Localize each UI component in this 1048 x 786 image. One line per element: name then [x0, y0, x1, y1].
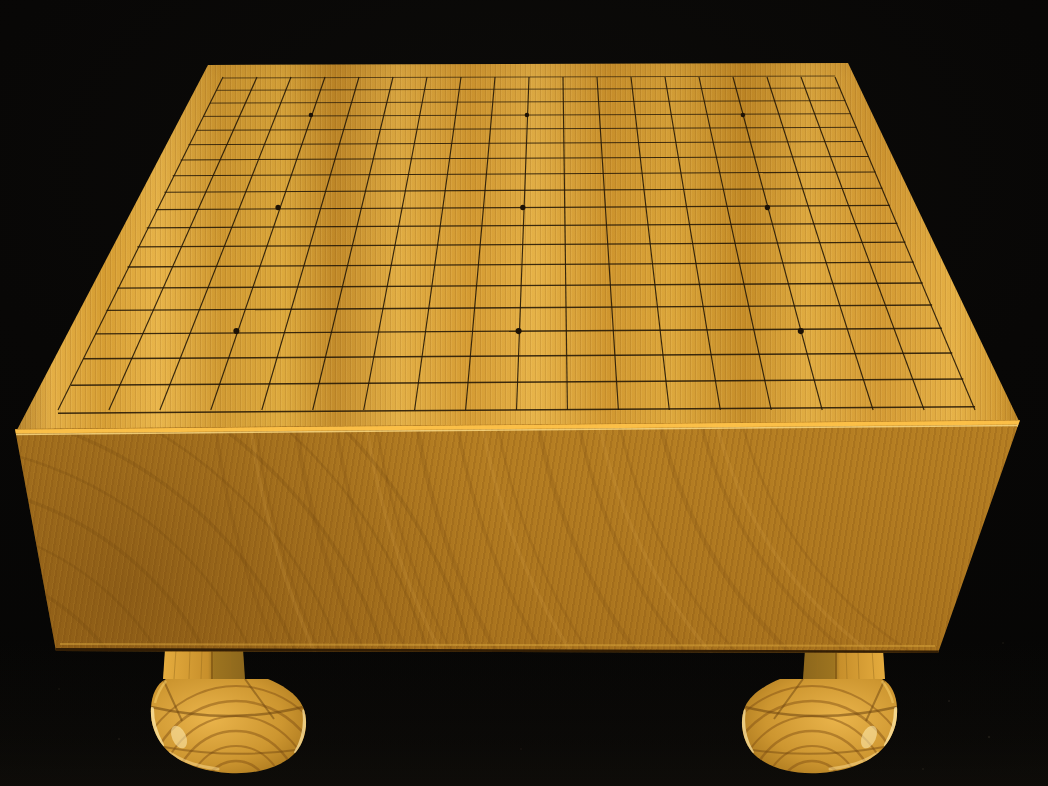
grid-column-line: [313, 77, 393, 410]
grid-row-line: [147, 223, 898, 227]
star-point: [309, 113, 313, 117]
grid-column-line: [58, 77, 223, 410]
goban-grid: [0, 0, 1048, 786]
grid-column-line: [835, 77, 975, 410]
star-point: [520, 205, 525, 210]
grid-column-line: [109, 77, 257, 410]
star-point: [765, 205, 770, 210]
grid-row-line: [137, 242, 905, 247]
grid-column-line: [466, 77, 495, 410]
grid-column-line: [211, 77, 325, 410]
star-point: [525, 113, 529, 117]
star-point: [275, 205, 280, 210]
grid-column-line: [563, 77, 567, 410]
grid-row-line: [128, 262, 914, 267]
grid-row-line: [196, 127, 857, 130]
grid-row-line: [181, 156, 869, 160]
grid-column-line: [160, 77, 291, 410]
edge-line: [60, 644, 935, 646]
grid-column-line: [262, 77, 359, 410]
grid-column-line: [415, 77, 461, 410]
grid-row-line: [83, 353, 952, 359]
grid-row-line: [107, 305, 933, 310]
star-point: [516, 328, 522, 334]
grid-row-line: [164, 188, 882, 192]
grid-row-line: [173, 172, 876, 176]
grid-row-line: [188, 142, 862, 145]
scene: [0, 0, 1048, 786]
grid-column-line: [517, 77, 530, 410]
star-point: [233, 328, 239, 334]
star-point: [741, 113, 745, 117]
star-point: [798, 328, 804, 334]
grid-column-line: [364, 77, 427, 410]
grid-row-line: [117, 283, 923, 288]
